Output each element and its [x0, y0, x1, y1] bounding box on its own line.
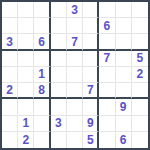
- cell-r4c5[interactable]: [67, 51, 83, 67]
- cell-r8c5[interactable]: [67, 116, 83, 132]
- cell-r2c3[interactable]: [34, 18, 50, 34]
- cell-r2c2[interactable]: [18, 18, 34, 34]
- cell-r8c8[interactable]: [116, 116, 132, 132]
- cell-r8c1[interactable]: [2, 116, 18, 132]
- cell-r9c4[interactable]: [51, 132, 67, 148]
- cell-r8c4[interactable]: 3: [51, 116, 67, 132]
- cell-r9c9[interactable]: [132, 132, 148, 148]
- cell-r3c2[interactable]: [18, 34, 34, 50]
- cell-r1c5[interactable]: 3: [67, 2, 83, 18]
- cell-r3c4[interactable]: [51, 34, 67, 50]
- cell-r4c4[interactable]: [51, 51, 67, 67]
- cell-r2c8[interactable]: [116, 18, 132, 34]
- cell-r7c6[interactable]: [83, 99, 99, 115]
- cell-r1c4[interactable]: [51, 2, 67, 18]
- cell-r4c2[interactable]: [18, 51, 34, 67]
- cell-r9c3[interactable]: [34, 132, 50, 148]
- cell-r2c6[interactable]: [83, 18, 99, 34]
- cell-r5c5[interactable]: [67, 67, 83, 83]
- cell-r1c3[interactable]: [34, 2, 50, 18]
- cell-r7c9[interactable]: [132, 99, 148, 115]
- cell-r9c7[interactable]: [99, 132, 115, 148]
- cell-r7c3[interactable]: [34, 99, 50, 115]
- sudoku-board: 3636775122879139256: [0, 0, 150, 150]
- cell-r3c9[interactable]: [132, 34, 148, 50]
- cell-r8c7[interactable]: [99, 116, 115, 132]
- cell-r6c2[interactable]: [18, 83, 34, 99]
- cell-r8c6[interactable]: 9: [83, 116, 99, 132]
- cell-r9c8[interactable]: 6: [116, 132, 132, 148]
- cell-r9c1[interactable]: [2, 132, 18, 148]
- cell-r1c2[interactable]: [18, 2, 34, 18]
- cell-r8c9[interactable]: [132, 116, 148, 132]
- cell-r6c6[interactable]: 7: [83, 83, 99, 99]
- cell-r3c7[interactable]: [99, 34, 115, 50]
- cell-r3c5[interactable]: 7: [67, 34, 83, 50]
- cell-r7c2[interactable]: [18, 99, 34, 115]
- cell-r4c3[interactable]: [34, 51, 50, 67]
- cell-r5c6[interactable]: [83, 67, 99, 83]
- cell-r9c2[interactable]: 2: [18, 132, 34, 148]
- cell-r9c5[interactable]: [67, 132, 83, 148]
- cell-r5c3[interactable]: 1: [34, 67, 50, 83]
- cell-r5c8[interactable]: [116, 67, 132, 83]
- cell-r4c7[interactable]: 7: [99, 51, 115, 67]
- cell-r7c8[interactable]: 9: [116, 99, 132, 115]
- cell-r7c7[interactable]: [99, 99, 115, 115]
- cell-r3c6[interactable]: [83, 34, 99, 50]
- cell-r3c3[interactable]: 6: [34, 34, 50, 50]
- cell-r4c9[interactable]: 5: [132, 51, 148, 67]
- cell-r4c6[interactable]: [83, 51, 99, 67]
- cell-r4c1[interactable]: [2, 51, 18, 67]
- cell-r7c5[interactable]: [67, 99, 83, 115]
- cell-r3c8[interactable]: [116, 34, 132, 50]
- cell-r8c2[interactable]: 1: [18, 116, 34, 132]
- cell-r6c5[interactable]: [67, 83, 83, 99]
- cell-r1c7[interactable]: [99, 2, 115, 18]
- cell-r8c3[interactable]: [34, 116, 50, 132]
- cell-r6c9[interactable]: [132, 83, 148, 99]
- cell-r2c1[interactable]: [2, 18, 18, 34]
- cell-r5c7[interactable]: [99, 67, 115, 83]
- cell-r6c7[interactable]: [99, 83, 115, 99]
- cell-r5c2[interactable]: [18, 67, 34, 83]
- cell-r4c8[interactable]: [116, 51, 132, 67]
- cell-r7c1[interactable]: [2, 99, 18, 115]
- cell-r1c1[interactable]: [2, 2, 18, 18]
- cell-r3c1[interactable]: 3: [2, 34, 18, 50]
- cell-r2c5[interactable]: [67, 18, 83, 34]
- cell-r5c4[interactable]: [51, 67, 67, 83]
- cell-r1c8[interactable]: [116, 2, 132, 18]
- cell-r6c1[interactable]: 2: [2, 83, 18, 99]
- cell-r7c4[interactable]: [51, 99, 67, 115]
- cell-r5c1[interactable]: [2, 67, 18, 83]
- cell-r2c9[interactable]: [132, 18, 148, 34]
- cell-r5c9[interactable]: 2: [132, 67, 148, 83]
- cell-r9c6[interactable]: 5: [83, 132, 99, 148]
- cell-r6c8[interactable]: [116, 83, 132, 99]
- cell-r1c9[interactable]: [132, 2, 148, 18]
- cell-r2c7[interactable]: 6: [99, 18, 115, 34]
- cell-r1c6[interactable]: [83, 2, 99, 18]
- cell-r6c4[interactable]: [51, 83, 67, 99]
- cell-r6c3[interactable]: 8: [34, 83, 50, 99]
- cell-r2c4[interactable]: [51, 18, 67, 34]
